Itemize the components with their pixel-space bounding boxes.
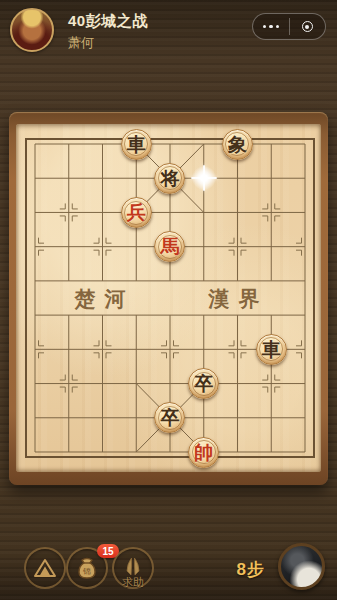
board-points-grid: 車象将兵馬車卒卒帥 (18, 127, 321, 469)
piece-glyph: 兵 (127, 203, 146, 222)
board-frame: 楚河 漢界 車象将兵馬車卒卒帥 (9, 112, 328, 485)
piece-black-象[interactable]: 象 (222, 129, 253, 160)
stage-title: 40彭城之战 (68, 12, 148, 31)
piece-glyph: 卒 (160, 408, 179, 427)
more-dots-icon (263, 25, 280, 29)
piece-glyph: 車 (127, 134, 146, 153)
app-screen: 40彭城之战 萧何 楚河 漢界 車象将兵馬車卒卒帥 (0, 0, 337, 600)
piece-red-帥[interactable]: 帥 (188, 437, 219, 468)
stage-avatar[interactable] (10, 8, 54, 52)
more-button[interactable] (253, 14, 289, 39)
footer-bar: 锦 15 求助 8步 (0, 538, 337, 600)
wechat-capsule (252, 13, 326, 40)
steps-counter: 8步 (237, 558, 265, 581)
piece-glyph: 帥 (194, 442, 213, 461)
xiangqi-board[interactable]: 楚河 漢界 車象将兵馬車卒卒帥 (16, 124, 321, 472)
help-button[interactable]: 求助 (112, 547, 154, 589)
money-bag-icon: 锦 (74, 555, 100, 581)
bag-char: 锦 (82, 567, 91, 576)
collapse-button[interactable] (24, 547, 66, 589)
piece-glyph: 将 (160, 168, 179, 187)
piece-glyph: 象 (228, 134, 247, 153)
piece-glyph: 車 (262, 339, 281, 358)
header-bar: 40彭城之战 萧何 (0, 0, 337, 56)
chevron-up-icon (33, 558, 57, 578)
move-highlight-sparkle (189, 163, 219, 193)
capsule-close-button[interactable] (290, 14, 326, 39)
user-avatar[interactable] (278, 543, 325, 590)
stage-subtitle: 萧何 (68, 34, 94, 52)
piece-black-車[interactable]: 車 (121, 129, 152, 160)
piece-black-卒[interactable]: 卒 (154, 402, 185, 433)
piece-glyph: 卒 (194, 374, 213, 393)
target-circle-icon (302, 21, 313, 32)
help-button-label: 求助 (122, 575, 144, 590)
piece-black-卒[interactable]: 卒 (188, 368, 219, 399)
hint-bag-button[interactable]: 锦 15 (66, 547, 108, 589)
piece-glyph: 馬 (160, 237, 179, 256)
piece-red-兵[interactable]: 兵 (121, 197, 152, 228)
piece-red-馬[interactable]: 馬 (154, 231, 185, 262)
piece-black-将[interactable]: 将 (154, 163, 185, 194)
piece-black-車[interactable]: 車 (256, 334, 287, 365)
